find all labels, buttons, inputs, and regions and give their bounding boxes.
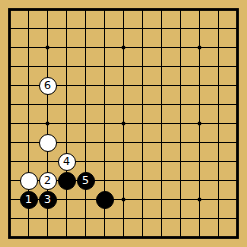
white-stone-b4 bbox=[20, 172, 38, 190]
white-stone-c9-move-6: 6 bbox=[39, 77, 57, 95]
stones-layer: 642513 bbox=[0, 0, 247, 247]
black-stone-d4 bbox=[58, 172, 76, 190]
black-stone-f3 bbox=[96, 191, 114, 209]
white-stone-c6 bbox=[39, 134, 57, 152]
white-stone-d5-move-4: 4 bbox=[58, 153, 76, 171]
black-stone-b3-move-1: 1 bbox=[20, 191, 38, 209]
black-stone-e4-move-5: 5 bbox=[77, 172, 95, 190]
go-board: 642513 bbox=[0, 0, 247, 247]
black-stone-c3-move-3: 3 bbox=[39, 191, 57, 209]
white-stone-c4-move-2: 2 bbox=[39, 172, 57, 190]
